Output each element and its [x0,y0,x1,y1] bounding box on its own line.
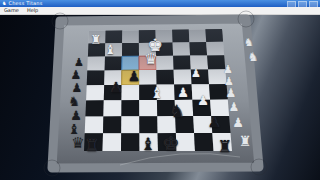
piece-black-king-e8[interactable]: ♚ [162,134,179,153]
piece-black-rook-a8[interactable]: ♜ [218,139,232,155]
captured-white-pawn-2: ♟ [223,64,233,75]
captured-white-pawn-6: ♟ [232,116,244,129]
captured-black-queen-6: ♛ [71,136,84,151]
piece-white-queen-e3[interactable]: ♛ [144,52,157,67]
piece-white-pawn-b4[interactable]: ♟ [191,68,201,79]
piece-black-pawn-a7[interactable]: ♟ [208,115,221,129]
piece-white-pawn-b5[interactable]: ♟ [197,94,209,107]
captured-white-pawn-5: ♟ [229,101,240,113]
piece-white-pawn-c5[interactable]: ♟ [177,86,189,99]
captured-white-pawn-4: ♟ [226,87,237,99]
game-area: ♜♚♝♛♟♟♟♟♝♟♞♟♝♚♜♜♟♟♟♞♟♝♛♞♞♟♟♟♟♟♜ [0,15,320,180]
captured-black-pawn-1: ♟ [71,69,82,81]
piece-black-rook-h8[interactable]: ♜ [85,138,99,154]
chess-titans-window: ♞ Chess Titans Game Help ♜♚♝♛♟♟♟♟♝♟♞♟♝♚♜… [0,0,320,180]
piece-white-bishop-e5[interactable]: ♝ [150,86,163,101]
captured-black-pawn-4: ♟ [70,109,82,122]
captured-white-rook-7: ♜ [239,134,252,148]
captured-black-pawn-0: ♟ [74,57,84,68]
board-scene: ♜♚♝♛♟♟♟♟♝♟♞♟♝♚♜♜♟♟♟♞♟♝♛♞♞♟♟♟♟♟♜ [0,0,320,180]
captured-black-knight-3: ♞ [68,95,80,108]
piece-black-knight-d6[interactable]: ♞ [169,103,184,120]
piece-white-rook-h1[interactable]: ♜ [91,34,102,46]
piece-white-bishop-g2[interactable]: ♝ [104,43,116,56]
piece-black-bishop-f8[interactable]: ♝ [140,136,155,153]
piece-black-pawn-g5[interactable]: ♟ [110,80,123,94]
piece-black-pawn-f4[interactable]: ♟ [128,69,141,83]
captured-white-knight-1: ♞ [248,51,259,63]
captured-white-knight-0: ♞ [244,37,254,48]
